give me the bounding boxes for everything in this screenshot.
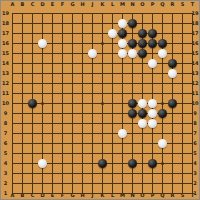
column-label: G — [68, 1, 78, 8]
white-stone — [88, 49, 97, 58]
white-stone — [148, 99, 157, 108]
white-stone — [158, 49, 167, 58]
column-labels-top: ABCDEFGHJKLMNOPQRST — [8, 1, 198, 8]
white-stone — [148, 109, 157, 118]
column-label: M — [118, 1, 128, 8]
column-label: B — [18, 1, 28, 8]
black-stone — [138, 109, 147, 118]
black-stone — [128, 159, 137, 168]
black-stone — [158, 109, 167, 118]
white-stone — [148, 59, 157, 68]
column-label: D — [38, 1, 48, 8]
column-label: R — [168, 1, 178, 8]
black-stone — [148, 159, 157, 168]
column-label: J — [88, 1, 98, 8]
star-point-marker — [41, 102, 44, 105]
black-stone — [148, 29, 157, 38]
black-stone — [128, 109, 137, 118]
black-stone — [28, 99, 37, 108]
white-stone — [118, 19, 127, 28]
white-stone — [118, 129, 127, 138]
column-label: H — [78, 1, 88, 8]
star-point-marker — [101, 42, 104, 45]
column-label: A — [8, 1, 18, 8]
white-stone — [108, 29, 117, 38]
white-stone — [168, 69, 177, 78]
black-stone — [118, 29, 127, 38]
star-point-marker — [161, 162, 164, 165]
star-point-marker — [161, 102, 164, 105]
column-label: N — [128, 1, 138, 8]
white-stone — [38, 159, 47, 168]
column-label: O — [138, 1, 148, 8]
go-board-window: ABCDEFGHJKLMNOPQRST 19181716151413121110… — [0, 0, 200, 200]
white-stone — [138, 119, 147, 128]
white-stone — [118, 49, 127, 58]
column-label: E — [48, 1, 58, 8]
column-label: T — [188, 1, 198, 8]
black-stone — [168, 59, 177, 68]
black-stone — [168, 99, 177, 108]
column-label: P — [148, 1, 158, 8]
black-stone — [148, 39, 157, 48]
column-label: S — [178, 1, 188, 8]
black-stone — [138, 29, 147, 38]
black-stone — [128, 19, 137, 28]
column-label: C — [28, 1, 38, 8]
black-stone — [158, 39, 167, 48]
white-stone — [128, 49, 137, 58]
black-stone — [98, 159, 107, 168]
black-stone — [138, 49, 147, 58]
column-label: Q — [158, 1, 168, 8]
black-stone — [128, 39, 137, 48]
go-board[interactable] — [8, 9, 198, 199]
white-stone — [138, 99, 147, 108]
white-stone — [38, 39, 47, 48]
white-stone — [118, 39, 127, 48]
black-stone — [128, 99, 137, 108]
column-label: F — [58, 1, 68, 8]
white-stone — [148, 119, 157, 128]
column-label: K — [98, 1, 108, 8]
white-stone — [158, 139, 167, 148]
black-stone — [138, 39, 147, 48]
column-label: L — [108, 1, 118, 8]
star-point-marker — [101, 102, 104, 105]
